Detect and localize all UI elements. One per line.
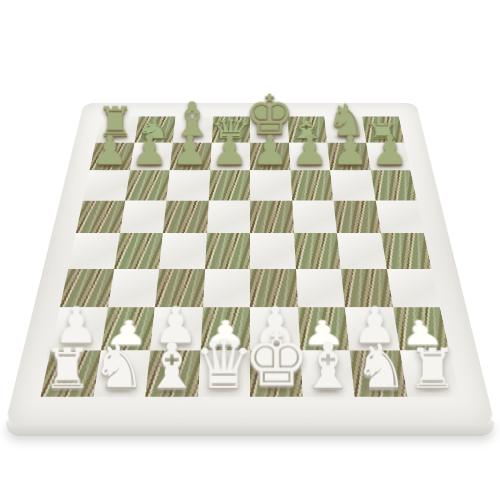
square-b7[interactable]: ♟ [130,142,173,170]
square-h5[interactable] [375,200,424,233]
white-rook[interactable]: ♜ [42,343,92,396]
square-d1[interactable]: ♛ [198,350,250,397]
white-bishop[interactable]: ♝ [300,336,356,395]
white-rook[interactable]: ♜ [408,343,458,396]
square-f6[interactable] [290,170,333,200]
square-d7[interactable]: ♟ [210,142,250,170]
square-g6[interactable] [330,170,375,200]
square-e5[interactable] [250,200,294,233]
square-h6[interactable] [370,170,417,200]
square-a7[interactable]: ♟ [90,142,135,170]
square-d3[interactable] [202,269,250,308]
square-g5[interactable] [333,200,380,233]
square-b3[interactable] [107,269,159,308]
white-knight[interactable]: ♞ [354,339,408,396]
white-knight[interactable]: ♞ [92,339,146,396]
square-a4[interactable] [68,233,119,269]
square-c4[interactable] [159,233,206,269]
square-e6[interactable] [250,170,292,200]
square-f4[interactable] [294,233,341,269]
square-h1[interactable]: ♜ [399,350,459,397]
square-e4[interactable] [250,233,295,269]
square-b4[interactable] [114,233,163,269]
square-f3[interactable] [295,269,345,308]
square-f1[interactable]: ♝ [300,350,355,397]
square-h4[interactable] [381,233,432,269]
green-pawn[interactable]: ♟ [332,131,368,170]
board-grid: ♜♞♝♛♚♝♞♜♟♟♟♟♟♟♟♟♟♟♟♟♟♟♟♟♜♞♝♛♚♝♞♜ [41,117,460,397]
square-g7[interactable]: ♟ [327,142,370,170]
square-c5[interactable] [163,200,208,233]
square-c1[interactable]: ♝ [145,350,200,397]
square-a6[interactable] [83,170,130,200]
product-photo-scene: ♜♞♝♛♚♝♞♜♟♟♟♟♟♟♟♟♟♟♟♟♟♟♟♟♜♞♝♛♚♝♞♜ [0,0,500,500]
square-c6[interactable] [167,170,210,200]
green-pawn[interactable]: ♟ [212,131,248,170]
square-b6[interactable] [125,170,170,200]
white-queen[interactable]: ♛ [194,332,254,396]
green-pawn[interactable]: ♟ [252,131,288,170]
green-pawn[interactable]: ♟ [372,131,408,170]
square-g4[interactable] [337,233,386,269]
square-a5[interactable] [76,200,125,233]
square-b1[interactable]: ♞ [93,350,150,397]
square-g1[interactable]: ♞ [350,350,407,397]
square-d6[interactable] [208,170,250,200]
square-d4[interactable] [205,233,250,269]
chessboard: ♜♞♝♛♚♝♞♜♟♟♟♟♟♟♟♟♟♟♟♟♟♟♟♟♜♞♝♛♚♝♞♜ [5,103,495,425]
green-pawn[interactable]: ♟ [132,131,168,170]
square-d5[interactable] [207,200,251,233]
square-h7[interactable]: ♟ [366,142,411,170]
green-pawn[interactable]: ♟ [292,131,328,170]
square-e7[interactable]: ♟ [250,142,290,170]
white-bishop[interactable]: ♝ [144,336,200,395]
square-c7[interactable]: ♟ [170,142,212,170]
green-pawn[interactable]: ♟ [92,131,128,170]
square-f5[interactable] [292,200,337,233]
square-f7[interactable]: ♟ [289,142,331,170]
square-b5[interactable] [120,200,167,233]
square-e1[interactable]: ♚ [250,350,302,397]
green-pawn[interactable]: ♟ [172,131,208,170]
